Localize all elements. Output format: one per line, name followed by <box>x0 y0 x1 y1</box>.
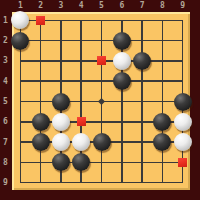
column-label: 7 <box>136 0 148 11</box>
column-label: 9 <box>177 0 189 11</box>
grid-horizontal-line <box>20 162 184 164</box>
row-label: 5 <box>0 96 11 107</box>
column-label: 3 <box>55 0 67 11</box>
column-label: 2 <box>35 0 47 11</box>
black-stone <box>93 133 111 151</box>
row-label: 2 <box>0 35 11 46</box>
column-label: 6 <box>116 0 128 11</box>
white-stone <box>52 133 70 151</box>
black-stone <box>32 133 50 151</box>
white-stone <box>174 113 192 131</box>
white-stone <box>113 52 131 70</box>
grid-vertical-line <box>141 20 143 184</box>
row-label: 9 <box>0 177 11 188</box>
black-stone <box>113 72 131 90</box>
row-label: 3 <box>0 55 11 66</box>
row-label: 6 <box>0 116 11 127</box>
black-stone <box>113 32 131 50</box>
column-label: 5 <box>96 0 108 11</box>
red-square-marker <box>97 56 106 65</box>
column-label: 1 <box>14 0 26 11</box>
red-square-marker <box>77 117 86 126</box>
black-stone <box>133 52 151 70</box>
black-stone <box>52 93 70 111</box>
black-stone <box>32 113 50 131</box>
red-square-marker <box>36 16 45 25</box>
white-stone <box>174 133 192 151</box>
grid-vertical-line <box>162 20 164 184</box>
go-app: 123456789 123456789 <box>0 0 200 200</box>
grid-horizontal-line <box>20 182 184 184</box>
column-label: 8 <box>156 0 168 11</box>
column-label: 4 <box>75 0 87 11</box>
red-square-marker <box>178 158 187 167</box>
row-label: 4 <box>0 76 11 87</box>
row-label: 7 <box>0 137 11 148</box>
row-label: 8 <box>0 157 11 168</box>
black-stone <box>174 93 192 111</box>
black-stone <box>11 32 29 50</box>
row-label: 1 <box>0 15 11 26</box>
white-stone <box>52 113 70 131</box>
